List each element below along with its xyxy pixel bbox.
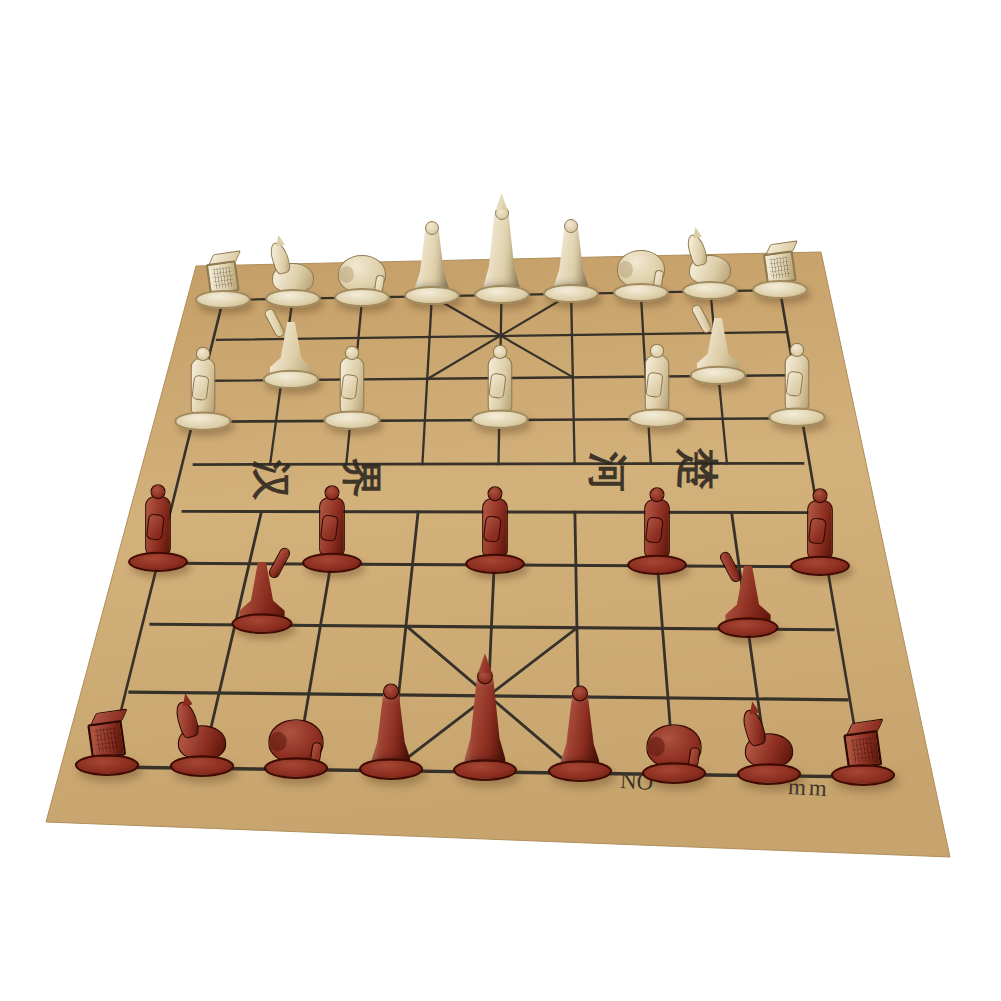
piece-red-horse[interactable] <box>732 633 806 785</box>
piece-red-elephant[interactable] <box>637 632 711 784</box>
piece-ivory-soldier[interactable] <box>764 292 830 428</box>
piece-ivory-soldier[interactable] <box>624 292 690 428</box>
piece-red-soldier[interactable] <box>460 433 529 574</box>
piece-red-cannon[interactable] <box>713 494 783 638</box>
piece-ivory-advisor[interactable] <box>400 173 464 305</box>
piece-ivory-advisor[interactable] <box>539 171 603 303</box>
piece-ivory-cannon[interactable] <box>686 251 751 385</box>
piece-ivory-chariot[interactable] <box>748 167 812 299</box>
piece-red-soldier[interactable] <box>297 432 366 573</box>
piece-ivory-soldier[interactable] <box>319 294 385 430</box>
product-photo-stage: 汉 界 河 楚 NO mm <box>0 0 1001 1001</box>
piece-red-chariot[interactable] <box>826 634 900 786</box>
piece-ivory-elephant[interactable] <box>330 175 394 307</box>
piece-ivory-soldier[interactable] <box>170 295 236 431</box>
piece-red-soldier[interactable] <box>124 431 193 572</box>
piece-red-soldier[interactable] <box>623 433 692 574</box>
piece-red-chariot[interactable] <box>70 624 144 776</box>
piece-red-elephant[interactable] <box>259 627 333 779</box>
piece-red-advisor[interactable] <box>543 630 617 782</box>
piece-red-advisor[interactable] <box>354 628 428 780</box>
piece-ivory-soldier[interactable] <box>467 293 533 429</box>
piece-ivory-elephant[interactable] <box>609 170 673 302</box>
piece-red-cannon[interactable] <box>227 489 297 633</box>
piece-red-soldier[interactable] <box>786 434 855 575</box>
piece-red-horse[interactable] <box>165 625 239 777</box>
piece-ivory-cannon[interactable] <box>258 255 323 389</box>
piece-red-general[interactable] <box>448 629 522 781</box>
piece-ivory-chariot[interactable] <box>191 177 255 309</box>
piece-ivory-general[interactable] <box>470 172 534 304</box>
